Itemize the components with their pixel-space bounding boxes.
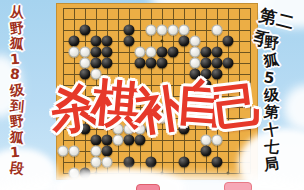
black-stone [201,146,212,157]
black-stone [102,58,113,69]
white-stone [58,146,69,157]
black-stone [124,157,135,168]
black-stone [91,58,102,69]
white-stone [69,47,80,58]
black-stone [135,58,146,69]
black-stone [179,157,190,168]
black-stone [212,58,223,69]
black-stone [168,47,179,58]
black-stone [124,135,135,146]
white-stone [135,47,146,58]
black-stone [146,58,157,69]
black-stone [146,157,157,168]
black-stone [223,58,234,69]
title-char: 己 [211,79,267,135]
black-stone [124,36,135,47]
black-stone [102,135,113,146]
grid-line [63,19,251,20]
black-stone [223,36,234,47]
white-stone [190,47,201,58]
black-stone [201,47,212,58]
bottom-chip [136,184,160,190]
white-stone [102,157,113,168]
black-stone [179,36,190,47]
white-stone [168,25,179,36]
black-stone [212,157,223,168]
bottom-chip [224,182,252,190]
white-stone [113,135,124,146]
black-stone [124,25,135,36]
caption-char: 5 [263,68,276,87]
white-stone [80,47,91,58]
white-stone [212,25,223,36]
black-stone [102,146,113,157]
white-stone [146,25,157,36]
black-stone [201,58,212,69]
white-stone [91,157,102,168]
white-stone [80,58,91,69]
white-stone [157,25,168,36]
caption-char: 8 [9,66,21,83]
white-stone [69,146,80,157]
black-stone [157,47,168,58]
black-stone [69,36,80,47]
black-stone [91,47,102,58]
video-thumbnail: 从野狐18级到野狐1段 杀棋补自己 第二季 野狐5级第十七局 [0,0,304,190]
black-stone [80,25,91,36]
star-point [161,40,164,43]
black-stone [91,36,102,47]
white-stone [201,135,212,146]
black-stone [157,58,168,69]
black-stone [212,47,223,58]
black-stone [91,135,102,146]
caption-char: 局 [263,154,280,175]
white-stone [146,47,157,58]
white-stone [91,146,102,157]
black-stone [102,36,113,47]
star-point [227,172,230,175]
black-stone [102,47,113,58]
white-stone [190,58,201,69]
white-stone [190,36,201,47]
white-stone [179,25,190,36]
grid-line [63,8,251,9]
caption-char: 段 [9,159,25,179]
cloud [284,85,304,131]
